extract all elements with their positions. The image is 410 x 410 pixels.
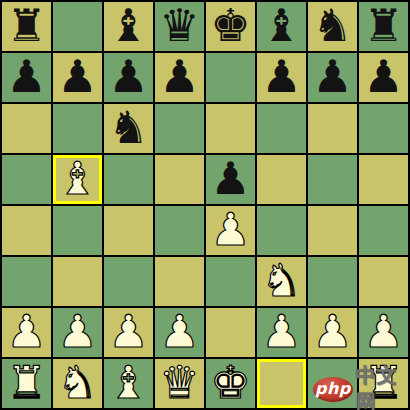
square-h2[interactable]: ♟ [359, 308, 408, 357]
square-a1[interactable]: ♜ [2, 359, 51, 408]
white-bishop-c1[interactable]: ♝ [108, 360, 148, 405]
square-e7[interactable] [206, 53, 255, 102]
black-pawn-c7[interactable]: ♟ [108, 54, 148, 99]
square-g4[interactable] [308, 206, 357, 255]
square-b6[interactable] [53, 104, 102, 153]
black-pawn-d7[interactable]: ♟ [159, 54, 199, 99]
black-pawn-f7[interactable]: ♟ [261, 54, 301, 99]
square-d2[interactable]: ♟ [155, 308, 204, 357]
white-pawn-b2[interactable]: ♟ [57, 309, 97, 354]
white-queen-d1[interactable]: ♛ [159, 360, 199, 405]
white-king-e1[interactable]: ♚ [210, 360, 250, 405]
black-rook-a8[interactable]: ♜ [6, 3, 46, 48]
white-pawn-a2[interactable]: ♟ [6, 309, 46, 354]
square-f1[interactable] [257, 359, 306, 408]
square-b8[interactable] [53, 2, 102, 51]
square-h6[interactable] [359, 104, 408, 153]
square-c4[interactable] [104, 206, 153, 255]
square-a3[interactable] [2, 257, 51, 306]
white-pawn-h2[interactable]: ♟ [363, 309, 403, 354]
square-h7[interactable]: ♟ [359, 53, 408, 102]
square-e2[interactable] [206, 308, 255, 357]
square-d7[interactable]: ♟ [155, 53, 204, 102]
white-rook-h1[interactable]: ♜ [363, 360, 403, 405]
black-knight-g8[interactable]: ♞ [312, 3, 352, 48]
black-pawn-g7[interactable]: ♟ [312, 54, 352, 99]
square-d1[interactable]: ♛ [155, 359, 204, 408]
square-f5[interactable] [257, 155, 306, 204]
square-d3[interactable] [155, 257, 204, 306]
square-g1[interactable] [308, 359, 357, 408]
square-e1[interactable]: ♚ [206, 359, 255, 408]
black-rook-h8[interactable]: ♜ [363, 3, 403, 48]
square-h5[interactable] [359, 155, 408, 204]
black-king-e8[interactable]: ♚ [210, 3, 250, 48]
square-h4[interactable] [359, 206, 408, 255]
black-bishop-f8[interactable]: ♝ [261, 3, 301, 48]
square-e3[interactable] [206, 257, 255, 306]
square-a4[interactable] [2, 206, 51, 255]
square-c5[interactable] [104, 155, 153, 204]
white-knight-b1[interactable]: ♞ [57, 360, 97, 405]
square-c1[interactable]: ♝ [104, 359, 153, 408]
square-b1[interactable]: ♞ [53, 359, 102, 408]
square-e6[interactable] [206, 104, 255, 153]
square-a2[interactable]: ♟ [2, 308, 51, 357]
white-rook-a1[interactable]: ♜ [6, 360, 46, 405]
square-a5[interactable] [2, 155, 51, 204]
square-d8[interactable]: ♛ [155, 2, 204, 51]
square-h8[interactable]: ♜ [359, 2, 408, 51]
square-b2[interactable]: ♟ [53, 308, 102, 357]
square-h1[interactable]: ♜ [359, 359, 408, 408]
square-f8[interactable]: ♝ [257, 2, 306, 51]
square-f7[interactable]: ♟ [257, 53, 306, 102]
square-c8[interactable]: ♝ [104, 2, 153, 51]
square-f3[interactable]: ♞ [257, 257, 306, 306]
white-knight-f3[interactable]: ♞ [261, 258, 301, 303]
square-f4[interactable] [257, 206, 306, 255]
square-f2[interactable]: ♟ [257, 308, 306, 357]
square-g7[interactable]: ♟ [308, 53, 357, 102]
square-g6[interactable] [308, 104, 357, 153]
square-c7[interactable]: ♟ [104, 53, 153, 102]
square-h3[interactable] [359, 257, 408, 306]
square-e4[interactable]: ♟ [206, 206, 255, 255]
black-pawn-e5[interactable]: ♟ [210, 156, 250, 201]
black-bishop-c8[interactable]: ♝ [108, 3, 148, 48]
black-pawn-a7[interactable]: ♟ [6, 54, 46, 99]
white-pawn-g2[interactable]: ♟ [312, 309, 352, 354]
black-pawn-b7[interactable]: ♟ [57, 54, 97, 99]
black-queen-d8[interactable]: ♛ [159, 3, 199, 48]
square-b3[interactable] [53, 257, 102, 306]
square-d6[interactable] [155, 104, 204, 153]
white-pawn-e4[interactable]: ♟ [210, 207, 250, 252]
square-b7[interactable]: ♟ [53, 53, 102, 102]
square-e8[interactable]: ♚ [206, 2, 255, 51]
square-d5[interactable] [155, 155, 204, 204]
square-c2[interactable]: ♟ [104, 308, 153, 357]
square-e5[interactable]: ♟ [206, 155, 255, 204]
white-bishop-b5[interactable]: ♝ [57, 156, 97, 201]
black-pawn-h7[interactable]: ♟ [363, 54, 403, 99]
white-pawn-c2[interactable]: ♟ [108, 309, 148, 354]
chess-board-container: ♜♝♛♚♝♞♜♟♟♟♟♟♟♟♞♝♟♟♞♟♟♟♟♟♟♟♜♞♝♛♚♜ php 中文网 [0, 0, 410, 410]
black-knight-c6[interactable]: ♞ [108, 105, 148, 150]
white-pawn-d2[interactable]: ♟ [159, 309, 199, 354]
square-g2[interactable]: ♟ [308, 308, 357, 357]
square-c6[interactable]: ♞ [104, 104, 153, 153]
square-b5[interactable]: ♝ [53, 155, 102, 204]
chess-board: ♜♝♛♚♝♞♜♟♟♟♟♟♟♟♞♝♟♟♞♟♟♟♟♟♟♟♜♞♝♛♚♜ [0, 0, 410, 410]
square-g5[interactable] [308, 155, 357, 204]
square-a7[interactable]: ♟ [2, 53, 51, 102]
square-a6[interactable] [2, 104, 51, 153]
square-g8[interactable]: ♞ [308, 2, 357, 51]
square-g3[interactable] [308, 257, 357, 306]
square-b4[interactable] [53, 206, 102, 255]
square-a8[interactable]: ♜ [2, 2, 51, 51]
square-f6[interactable] [257, 104, 306, 153]
square-d4[interactable] [155, 206, 204, 255]
white-pawn-f2[interactable]: ♟ [261, 309, 301, 354]
square-c3[interactable] [104, 257, 153, 306]
